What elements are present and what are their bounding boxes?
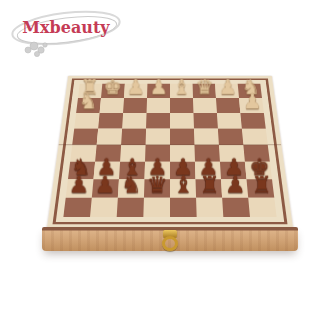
chess-set-photo: ♜♚♟♟♝♛♟♞♞♟♞♟♝♟♟♟♟♚♟♟♞♛♝♜♟♜ (47, 0, 293, 228)
board-square[interactable] (74, 113, 99, 129)
dark-pawn[interactable]: ♟ (68, 174, 89, 198)
board-square[interactable]: ♞ (76, 98, 101, 113)
board-hinge (59, 144, 282, 145)
light-pawn[interactable]: ♟ (149, 77, 167, 98)
board-square[interactable] (216, 98, 240, 113)
light-knight[interactable]: ♞ (79, 91, 98, 113)
board-square[interactable] (170, 198, 197, 217)
board-square[interactable]: ♛ (144, 179, 170, 197)
dark-pawn[interactable]: ♟ (225, 174, 246, 198)
board-square[interactable] (170, 113, 194, 129)
dark-pawn[interactable]: ♟ (94, 174, 115, 198)
board-square[interactable] (193, 98, 217, 113)
board-square[interactable]: ♜ (247, 179, 275, 197)
board-square[interactable]: ♟ (239, 98, 264, 113)
board-square[interactable] (117, 198, 144, 217)
board-square[interactable]: ♜ (196, 179, 223, 197)
light-queen[interactable]: ♛ (195, 77, 213, 98)
board-square[interactable] (63, 198, 91, 217)
dark-bishop[interactable]: ♝ (173, 174, 194, 198)
board-square[interactable] (217, 113, 242, 129)
board-square[interactable] (240, 113, 265, 129)
board-square[interactable] (122, 113, 146, 129)
board-square[interactable] (123, 98, 147, 113)
board-square[interactable] (194, 129, 219, 145)
board-square[interactable] (146, 129, 170, 145)
light-bishop[interactable]: ♝ (172, 77, 190, 98)
board-square[interactable] (196, 198, 223, 217)
board-square[interactable]: ♟ (147, 84, 170, 98)
board-square[interactable] (248, 198, 276, 217)
dark-rook[interactable]: ♜ (251, 174, 272, 198)
box-front-edge (42, 227, 298, 251)
board-square[interactable] (97, 129, 122, 145)
light-king[interactable]: ♚ (103, 77, 121, 98)
board-square[interactable] (143, 198, 170, 217)
chess-board: ♜♚♟♟♝♛♟♞♞♟♞♟♝♟♟♟♟♚♟♟♞♛♝♜♟♜ (47, 76, 293, 228)
board-square[interactable]: ♛ (193, 84, 216, 98)
board-square[interactable] (72, 129, 98, 145)
board-square[interactable] (147, 98, 170, 113)
board-square[interactable]: ♞ (118, 179, 145, 197)
board-frame-line: ♜♚♟♟♝♛♟♞♞♟♞♟♝♟♟♟♟♚♟♟♞♛♝♜♟♜ (53, 79, 288, 225)
board-square[interactable] (100, 98, 124, 113)
board-square[interactable] (170, 98, 193, 113)
board-square[interactable] (218, 129, 243, 145)
board-square[interactable] (242, 129, 268, 145)
board-grid: ♜♚♟♟♝♛♟♞♞♟♞♟♝♟♟♟♟♚♟♟♞♛♝♜♟♜ (63, 84, 276, 217)
dark-rook[interactable]: ♜ (199, 174, 220, 198)
board-square[interactable] (170, 129, 194, 145)
board-square[interactable] (98, 113, 123, 129)
board-square[interactable] (90, 198, 118, 217)
light-pawn[interactable]: ♟ (243, 91, 262, 113)
board-square[interactable] (146, 113, 170, 129)
dark-queen[interactable]: ♛ (147, 174, 168, 198)
light-pawn[interactable]: ♟ (218, 77, 236, 98)
brass-clasp-icon (158, 230, 182, 250)
light-pawn[interactable]: ♟ (126, 77, 144, 98)
board-square[interactable]: ♟ (124, 84, 147, 98)
board-square[interactable]: ♟ (66, 179, 94, 197)
board-square[interactable]: ♝ (170, 84, 193, 98)
board-square[interactable]: ♟ (92, 179, 119, 197)
board-square[interactable]: ♟ (221, 179, 248, 197)
board-face: ♜♚♟♟♝♛♟♞♞♟♞♟♝♟♟♟♟♚♟♟♞♛♝♜♟♜ (47, 76, 293, 228)
board-square[interactable]: ♟ (215, 84, 239, 98)
board-square[interactable] (222, 198, 250, 217)
board-square[interactable]: ♝ (170, 179, 196, 197)
board-square[interactable] (193, 113, 217, 129)
board-square[interactable]: ♚ (101, 84, 125, 98)
dark-knight[interactable]: ♞ (121, 174, 142, 198)
board-square[interactable] (121, 129, 146, 145)
